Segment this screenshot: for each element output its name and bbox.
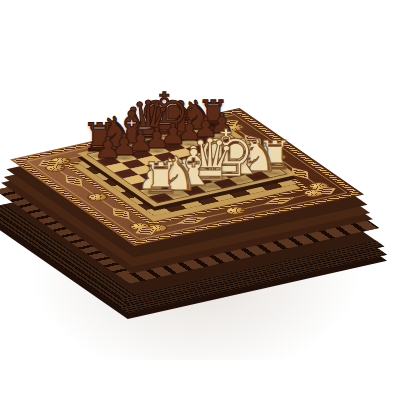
rook-glyph: ♜ xyxy=(142,157,181,200)
piece-white-rook-a1[interactable]: ♜ xyxy=(142,157,181,200)
piece-black-pawn-a7[interactable]: ♟ xyxy=(95,133,122,163)
pawn-glyph: ♟ xyxy=(95,133,122,163)
chess-set-photo: ♜♞♝♛♚♝♞♜♟♟♟♟♟♟♟♟♟♟♟♟♟♟♟♟♜♞♝♛♚♝♞♜ xyxy=(0,0,400,400)
